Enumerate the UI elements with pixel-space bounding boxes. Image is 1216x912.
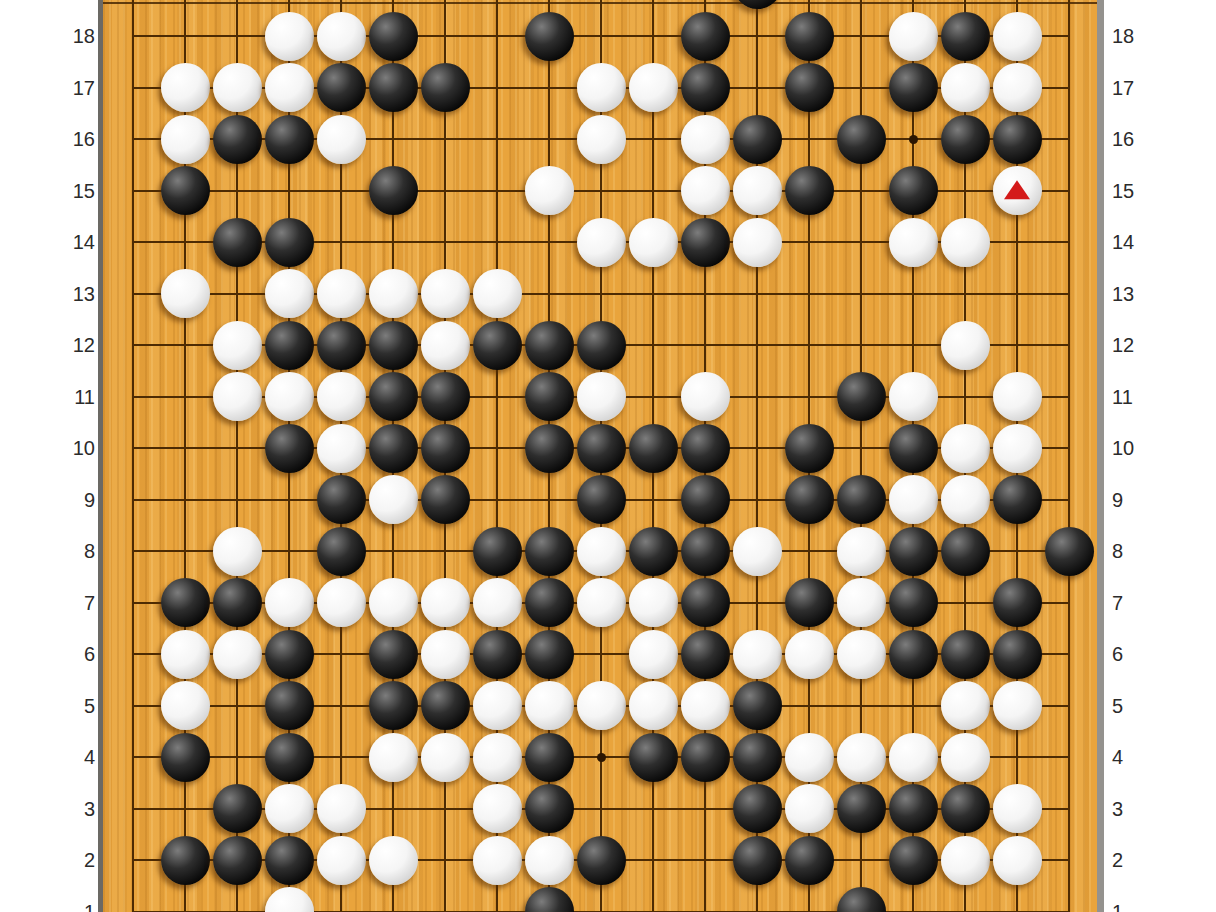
stone-white-h3 [473,784,522,833]
stone-white-c17 [213,63,262,112]
stone-white-d18 [265,12,314,61]
row-label-right-12: 12 [1112,335,1172,355]
stone-black-g17 [421,63,470,112]
stone-black-p16 [837,115,886,164]
stone-black-t8 [1045,527,1094,576]
stone-white-l6 [629,630,678,679]
stone-white-e7 [317,578,366,627]
row-label-left-5: 5 [35,696,95,716]
stone-black-c16 [213,115,262,164]
stone-black-k10 [577,424,626,473]
stone-black-l8 [629,527,678,576]
stone-black-n4 [733,733,782,782]
goban[interactable] [103,0,1097,912]
stone-black-n5 [733,681,782,730]
stone-white-s15 [993,166,1042,215]
stone-black-p3 [837,784,886,833]
stone-white-h5 [473,681,522,730]
row-label-left-7: 7 [35,593,95,613]
stone-white-s10 [993,424,1042,473]
stone-black-c7 [213,578,262,627]
stone-black-s16 [993,115,1042,164]
stone-white-d17 [265,63,314,112]
row-label-right-5: 5 [1112,696,1172,716]
stone-white-r5 [941,681,990,730]
stone-black-m9 [681,475,730,524]
stone-white-c6 [213,630,262,679]
stone-white-d3 [265,784,314,833]
stone-white-e13 [317,269,366,318]
stone-black-d5 [265,681,314,730]
stone-black-s9 [993,475,1042,524]
stone-black-d6 [265,630,314,679]
stone-white-k8 [577,527,626,576]
row-label-right-4: 4 [1112,747,1172,767]
stone-white-b6 [161,630,210,679]
star-point-q16 [909,135,918,144]
row-label-right-7: 7 [1112,593,1172,613]
stone-black-g10 [421,424,470,473]
stone-black-f17 [369,63,418,112]
stone-black-b2 [161,836,210,885]
stone-white-q18 [889,12,938,61]
row-label-left-11: 11 [35,387,95,407]
stone-white-s3 [993,784,1042,833]
stone-white-r10 [941,424,990,473]
row-label-left-4: 4 [35,747,95,767]
stone-white-j5 [525,681,574,730]
stone-black-o18 [785,12,834,61]
stone-black-f10 [369,424,418,473]
stone-white-e2 [317,836,366,885]
stone-black-r8 [941,527,990,576]
stone-black-s7 [993,578,1042,627]
stone-black-n16 [733,115,782,164]
stone-white-r14 [941,218,990,267]
stone-white-e11 [317,372,366,421]
stone-black-q10 [889,424,938,473]
stone-black-e17 [317,63,366,112]
stone-white-k16 [577,115,626,164]
stone-white-c8 [213,527,262,576]
stone-black-f18 [369,12,418,61]
stone-white-h13 [473,269,522,318]
stone-white-b5 [161,681,210,730]
stone-white-r4 [941,733,990,782]
row-label-right-15: 15 [1112,181,1172,201]
stone-white-c11 [213,372,262,421]
stone-black-m17 [681,63,730,112]
last-move-triangle-marker [1004,180,1030,199]
stone-black-p1 [837,887,886,912]
stone-black-f15 [369,166,418,215]
stone-black-d2 [265,836,314,885]
row-label-right-14: 14 [1112,232,1172,252]
stone-black-j12 [525,321,574,370]
stone-white-p8 [837,527,886,576]
row-label-right-13: 13 [1112,284,1172,304]
stone-black-j4 [525,733,574,782]
stone-white-l5 [629,681,678,730]
stone-white-e10 [317,424,366,473]
stone-white-g4 [421,733,470,782]
stone-white-s17 [993,63,1042,112]
stone-white-n6 [733,630,782,679]
stone-white-k14 [577,218,626,267]
stone-white-b13 [161,269,210,318]
stone-white-n14 [733,218,782,267]
row-label-left-14: 14 [35,232,95,252]
row-label-left-17: 17 [35,78,95,98]
row-label-left-3: 3 [35,799,95,819]
stone-black-j7 [525,578,574,627]
stone-white-p4 [837,733,886,782]
stone-black-o9 [785,475,834,524]
stone-black-e9 [317,475,366,524]
row-label-left-16: 16 [35,129,95,149]
stone-white-r2 [941,836,990,885]
stone-white-q9 [889,475,938,524]
stone-black-h8 [473,527,522,576]
stone-black-r18 [941,12,990,61]
stone-white-f2 [369,836,418,885]
stone-black-d16 [265,115,314,164]
row-label-right-18: 18 [1112,26,1172,46]
stone-white-n15 [733,166,782,215]
stone-black-m10 [681,424,730,473]
stone-black-c14 [213,218,262,267]
stone-black-k2 [577,836,626,885]
stone-white-g7 [421,578,470,627]
stone-white-o3 [785,784,834,833]
stone-white-g12 [421,321,470,370]
stone-white-c12 [213,321,262,370]
stone-black-g11 [421,372,470,421]
stone-white-m16 [681,115,730,164]
stone-black-m7 [681,578,730,627]
row-label-right-16: 16 [1112,129,1172,149]
row-label-right-2: 2 [1112,850,1172,870]
stone-white-h4 [473,733,522,782]
stone-white-e18 [317,12,366,61]
stone-white-f13 [369,269,418,318]
stone-black-q8 [889,527,938,576]
stone-black-e12 [317,321,366,370]
stone-white-d13 [265,269,314,318]
stone-white-l14 [629,218,678,267]
stone-black-q3 [889,784,938,833]
stone-white-h2 [473,836,522,885]
row-label-right-10: 10 [1112,438,1172,458]
stone-black-m6 [681,630,730,679]
stone-white-d1 [265,887,314,912]
stone-black-r3 [941,784,990,833]
stone-black-n2 [733,836,782,885]
stone-black-r16 [941,115,990,164]
stone-white-d11 [265,372,314,421]
stone-black-m4 [681,733,730,782]
stone-black-l10 [629,424,678,473]
stone-white-r9 [941,475,990,524]
stone-black-r6 [941,630,990,679]
row-label-right-11: 11 [1112,387,1172,407]
stone-white-e16 [317,115,366,164]
stone-black-j8 [525,527,574,576]
row-label-right-6: 6 [1112,644,1172,664]
stone-white-m5 [681,681,730,730]
row-label-left-2: 2 [35,850,95,870]
stone-white-l17 [629,63,678,112]
row-label-left-6: 6 [35,644,95,664]
row-label-right-17: 17 [1112,78,1172,98]
stone-black-j1 [525,887,574,912]
stone-black-f12 [369,321,418,370]
row-label-left-1: 1 [35,902,95,912]
stone-white-f9 [369,475,418,524]
stone-white-e3 [317,784,366,833]
stone-white-b16 [161,115,210,164]
stone-black-o17 [785,63,834,112]
stone-black-b15 [161,166,210,215]
row-label-left-18: 18 [35,26,95,46]
stone-black-p11 [837,372,886,421]
stone-white-r17 [941,63,990,112]
stone-white-s11 [993,372,1042,421]
row-label-right-9: 9 [1112,490,1172,510]
stone-black-j10 [525,424,574,473]
stone-white-s2 [993,836,1042,885]
stone-black-k12 [577,321,626,370]
stone-white-o4 [785,733,834,782]
stone-black-q17 [889,63,938,112]
stone-black-o15 [785,166,834,215]
stone-white-b17 [161,63,210,112]
stone-black-m8 [681,527,730,576]
stone-white-p6 [837,630,886,679]
grid-line-vertical [1068,0,1070,912]
stone-black-n19 [733,0,782,9]
stone-black-g5 [421,681,470,730]
row-label-left-10: 10 [35,438,95,458]
stone-black-b4 [161,733,210,782]
row-label-right-1: 1 [1112,902,1172,912]
stone-black-c3 [213,784,262,833]
stone-black-o10 [785,424,834,473]
stone-white-d7 [265,578,314,627]
grid-line-vertical [132,0,134,912]
row-label-left-15: 15 [35,181,95,201]
row-label-left-9: 9 [35,490,95,510]
stone-white-f7 [369,578,418,627]
row-label-right-3: 3 [1112,799,1172,819]
stone-black-m14 [681,218,730,267]
stone-black-e8 [317,527,366,576]
stone-black-m18 [681,12,730,61]
stone-black-c2 [213,836,262,885]
stone-white-k11 [577,372,626,421]
stone-white-q4 [889,733,938,782]
stone-white-l7 [629,578,678,627]
stone-black-b7 [161,578,210,627]
stone-white-k7 [577,578,626,627]
row-label-left-13: 13 [35,284,95,304]
stone-black-d14 [265,218,314,267]
stone-black-j11 [525,372,574,421]
stone-black-d10 [265,424,314,473]
stone-black-j6 [525,630,574,679]
stone-black-f5 [369,681,418,730]
stone-black-h12 [473,321,522,370]
stone-black-g9 [421,475,470,524]
stone-white-k17 [577,63,626,112]
star-point-k4 [597,753,606,762]
board-right-edge-strip [1096,0,1104,912]
stone-black-q7 [889,578,938,627]
stone-black-q6 [889,630,938,679]
stone-black-o2 [785,836,834,885]
stone-white-p7 [837,578,886,627]
stone-black-p9 [837,475,886,524]
stone-white-f4 [369,733,418,782]
stone-white-s18 [993,12,1042,61]
stone-black-o7 [785,578,834,627]
stone-black-q2 [889,836,938,885]
stone-black-k9 [577,475,626,524]
row-label-right-8: 8 [1112,541,1172,561]
stone-black-q15 [889,166,938,215]
stone-black-l4 [629,733,678,782]
stone-white-j2 [525,836,574,885]
row-label-left-12: 12 [35,335,95,355]
stone-white-h7 [473,578,522,627]
stone-white-o6 [785,630,834,679]
stone-black-d4 [265,733,314,782]
stone-white-g13 [421,269,470,318]
stone-black-s6 [993,630,1042,679]
stone-white-m11 [681,372,730,421]
stone-white-q11 [889,372,938,421]
stone-black-n3 [733,784,782,833]
stone-white-q14 [889,218,938,267]
stone-white-k5 [577,681,626,730]
stone-white-r12 [941,321,990,370]
stone-black-d12 [265,321,314,370]
row-label-left-8: 8 [35,541,95,561]
stone-black-f6 [369,630,418,679]
stone-white-s5 [993,681,1042,730]
page: 1919181817171616151514141313121211111010… [0,0,1216,912]
stone-black-h6 [473,630,522,679]
stone-black-f11 [369,372,418,421]
stone-white-g6 [421,630,470,679]
stone-white-n8 [733,527,782,576]
stone-black-j3 [525,784,574,833]
stone-white-m15 [681,166,730,215]
stone-white-j15 [525,166,574,215]
stone-black-j18 [525,12,574,61]
